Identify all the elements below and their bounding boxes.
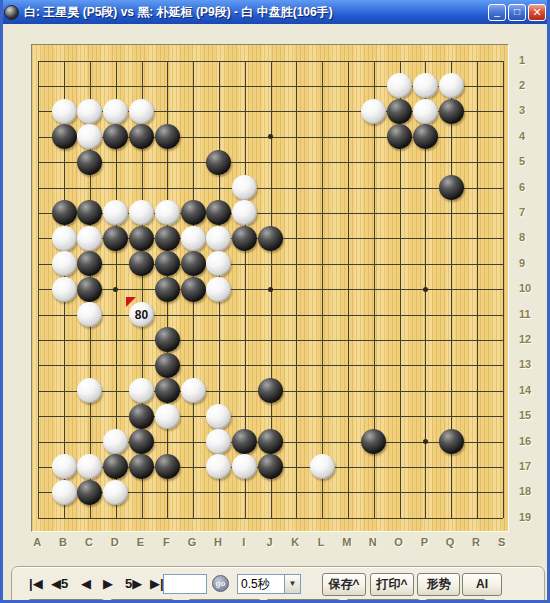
- column-label: C: [80, 536, 98, 548]
- close-button[interactable]: ✕: [528, 4, 546, 21]
- white-stone: [310, 454, 335, 479]
- nav-button-forward5[interactable]: 5▶: [125, 576, 142, 591]
- row-label: 11: [519, 308, 531, 320]
- column-label: B: [54, 536, 72, 548]
- black-stone: [129, 251, 154, 276]
- white-stone: [206, 404, 231, 429]
- white-stone: [232, 200, 257, 225]
- situation-button[interactable]: 形势: [417, 573, 460, 596]
- grid-line-horizontal: [38, 365, 502, 366]
- column-label: I: [235, 536, 253, 548]
- black-stone: [155, 251, 180, 276]
- go-button[interactable]: go: [212, 575, 229, 592]
- white-stone: [129, 200, 154, 225]
- white-stone: [103, 99, 128, 124]
- black-stone: [77, 200, 102, 225]
- white-stone: [103, 200, 128, 225]
- black-stone: [103, 226, 128, 251]
- black-stone: [181, 277, 206, 302]
- white-stone: [232, 454, 257, 479]
- white-stone: [206, 429, 231, 454]
- row-label: 1: [519, 54, 525, 66]
- clipped-button[interactable]: [346, 599, 420, 603]
- nav-button-first[interactable]: |◀: [29, 576, 43, 591]
- white-stone: [129, 378, 154, 403]
- column-label: N: [364, 536, 382, 548]
- white-stone: 80: [129, 302, 154, 327]
- column-label: G: [183, 536, 201, 548]
- star-point: [268, 134, 273, 139]
- white-stone: [232, 175, 257, 200]
- white-stone: [52, 454, 77, 479]
- row-label: 4: [519, 130, 525, 142]
- go-board[interactable]: 80: [31, 44, 509, 532]
- column-label: E: [132, 536, 150, 548]
- column-label: F: [157, 536, 175, 548]
- white-stone: [206, 226, 231, 251]
- white-stone: [206, 454, 231, 479]
- white-stone: [77, 124, 102, 149]
- window-title: 白: 王星昊 (P5段) vs 黑: 朴延桓 (P9段) - 白 中盘胜(106…: [24, 4, 488, 21]
- column-label: R: [467, 536, 485, 548]
- column-label: M: [338, 536, 356, 548]
- grid-line-horizontal: [38, 518, 502, 519]
- minimize-button[interactable]: _: [488, 4, 506, 21]
- black-stone: [258, 226, 283, 251]
- black-stone: [155, 226, 180, 251]
- black-stone: [258, 429, 283, 454]
- row-label: 9: [519, 257, 525, 269]
- white-stone: [206, 251, 231, 276]
- white-stone: [206, 277, 231, 302]
- black-stone: [155, 277, 180, 302]
- white-stone: [52, 226, 77, 251]
- star-point: [113, 287, 118, 292]
- black-stone: [439, 99, 464, 124]
- white-stone: [387, 73, 412, 98]
- black-stone: [361, 429, 386, 454]
- dropdown-arrow-icon[interactable]: ▼: [284, 575, 300, 593]
- app-window: 白: 王星昊 (P5段) vs 黑: 朴延桓 (P9段) - 白 中盘胜(106…: [0, 0, 550, 603]
- white-stone: [77, 99, 102, 124]
- row-label: 10: [519, 282, 531, 294]
- white-stone: [413, 73, 438, 98]
- title-bar[interactable]: 白: 王星昊 (P5段) vs 黑: 朴延桓 (P9段) - 白 中盘胜(106…: [0, 0, 550, 24]
- black-stone: [103, 454, 128, 479]
- white-stone: [77, 454, 102, 479]
- clipped-button[interactable]: [110, 599, 174, 603]
- row-label: 17: [519, 460, 531, 472]
- row-label: 8: [519, 231, 525, 243]
- black-stone: [232, 429, 257, 454]
- black-stone: [77, 277, 102, 302]
- white-stone: [77, 378, 102, 403]
- black-stone: [52, 200, 77, 225]
- delay-value: 0.5秒: [238, 576, 284, 593]
- white-stone: [181, 226, 206, 251]
- nav-button-forward[interactable]: ▶: [103, 576, 113, 591]
- row-label: 14: [519, 384, 531, 396]
- black-stone: [155, 327, 180, 352]
- column-label: H: [209, 536, 227, 548]
- black-stone: [77, 150, 102, 175]
- save-button[interactable]: 保存^: [322, 573, 366, 596]
- grid-line-vertical: [322, 61, 323, 518]
- white-stone: [77, 302, 102, 327]
- row-label: 18: [519, 485, 531, 497]
- black-stone: [129, 226, 154, 251]
- black-stone: [129, 124, 154, 149]
- white-stone: [77, 226, 102, 251]
- print-button[interactable]: 打印^: [370, 573, 414, 596]
- black-stone: [77, 480, 102, 505]
- clipped-button[interactable]: [28, 599, 104, 603]
- row-label: 2: [519, 79, 525, 91]
- column-label: L: [312, 536, 330, 548]
- delay-select[interactable]: 0.5秒 ▼: [237, 574, 301, 594]
- column-label: P: [415, 536, 433, 548]
- black-stone: [155, 124, 180, 149]
- white-stone: [129, 99, 154, 124]
- white-stone: [103, 480, 128, 505]
- maximize-button[interactable]: □: [508, 4, 526, 21]
- star-point: [268, 287, 273, 292]
- black-stone: [206, 200, 231, 225]
- star-point: [423, 287, 428, 292]
- column-label: K: [286, 536, 304, 548]
- white-stone: [52, 251, 77, 276]
- column-label: D: [106, 536, 124, 548]
- column-label: A: [28, 536, 46, 548]
- row-label: 15: [519, 409, 531, 421]
- black-stone: [129, 404, 154, 429]
- black-stone: [232, 226, 257, 251]
- white-stone: [181, 378, 206, 403]
- grid-line-vertical: [296, 61, 297, 518]
- clipped-button[interactable]: [425, 599, 486, 603]
- white-stone: [155, 404, 180, 429]
- row-label: 5: [519, 155, 525, 167]
- row-label: 3: [519, 104, 525, 116]
- column-label: S: [493, 536, 511, 548]
- row-label: 19: [519, 511, 531, 523]
- black-stone: [258, 378, 283, 403]
- grid-line-vertical: [503, 61, 504, 518]
- row-label: 6: [519, 181, 525, 193]
- row-label: 12: [519, 333, 531, 345]
- black-stone: [387, 99, 412, 124]
- black-stone: [413, 124, 438, 149]
- black-stone: [103, 124, 128, 149]
- move-number-input[interactable]: [163, 574, 207, 594]
- row-label: 13: [519, 358, 531, 370]
- black-stone: [387, 124, 412, 149]
- black-stone: [439, 429, 464, 454]
- black-stone: [181, 251, 206, 276]
- black-stone: [439, 175, 464, 200]
- row-label: 7: [519, 206, 525, 218]
- clipped-button[interactable]: [266, 599, 340, 603]
- grid-line-vertical: [477, 61, 478, 518]
- row-labels: 12345678910111213141516171819: [511, 44, 550, 532]
- black-stone: [155, 378, 180, 403]
- black-stone: [155, 353, 180, 378]
- grid-line-horizontal: [38, 340, 502, 341]
- black-stone: [258, 454, 283, 479]
- white-stone: [52, 99, 77, 124]
- move-number-label: 80: [129, 302, 154, 327]
- nav-button-back5[interactable]: ◀5: [51, 576, 68, 591]
- black-stone: [52, 124, 77, 149]
- white-stone: [52, 480, 77, 505]
- star-point: [423, 439, 428, 444]
- white-stone: [361, 99, 386, 124]
- black-stone: [77, 251, 102, 276]
- white-stone: [155, 200, 180, 225]
- black-stone: [206, 150, 231, 175]
- clipped-button[interactable]: [188, 599, 261, 603]
- app-icon: [4, 5, 19, 20]
- column-label: J: [261, 536, 279, 548]
- ai-button[interactable]: AI: [462, 573, 502, 596]
- white-stone: [413, 99, 438, 124]
- black-stone: [129, 429, 154, 454]
- white-stone: [103, 429, 128, 454]
- column-label: O: [390, 536, 408, 548]
- nav-button-back[interactable]: ◀: [81, 576, 91, 591]
- column-label: Q: [441, 536, 459, 548]
- grid-line-horizontal: [38, 315, 502, 316]
- grid-line-vertical: [348, 61, 349, 518]
- white-stone: [52, 277, 77, 302]
- black-stone: [129, 454, 154, 479]
- black-stone: [181, 200, 206, 225]
- grid-line-horizontal: [38, 416, 502, 417]
- white-stone: [439, 73, 464, 98]
- black-stone: [155, 454, 180, 479]
- row-label: 16: [519, 435, 531, 447]
- nav-button-last[interactable]: ▶|: [150, 576, 164, 591]
